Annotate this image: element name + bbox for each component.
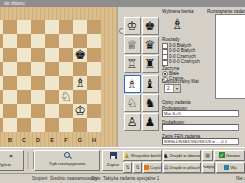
find-in-set-button[interactable]: ♞ Znajdź w zbiorze <box>163 150 201 161</box>
square-h2[interactable] <box>87 104 101 118</box>
exit-button[interactable]: × Wyjście <box>0 150 24 171</box>
square-c7[interactable] <box>17 34 31 48</box>
file-label-e: E <box>45 137 59 143</box>
mate-limit-label: Dopuszczalny Mat <box>162 79 199 84</box>
square-e8[interactable] <box>45 20 59 34</box>
status-right: Nie zapisane <box>236 176 245 181</box>
square-h3[interactable] <box>87 90 101 104</box>
clear-button[interactable]: Czyść <box>143 162 162 173</box>
square-c4[interactable] <box>17 76 31 90</box>
degree-label: Stopień: <box>32 176 49 181</box>
selector-white-king[interactable]: ♔ <box>124 17 141 35</box>
square-c1[interactable] <box>17 118 31 132</box>
selector-white-bishop[interactable]: ♗ <box>124 75 141 93</box>
square-g8[interactable] <box>73 20 87 34</box>
square-f2[interactable] <box>59 104 73 118</box>
square-e7[interactable] <box>45 34 59 48</box>
square-e4[interactable] <box>45 76 59 90</box>
wa-icon <box>224 165 229 170</box>
square-b2[interactable] <box>3 104 17 118</box>
square-h7[interactable] <box>87 34 101 48</box>
wa-button[interactable]: Wa <box>216 162 245 173</box>
square-b5[interactable] <box>3 62 17 76</box>
square-c6[interactable] <box>17 48 31 62</box>
sort-arrows-icon: ⇅ <box>125 164 129 170</box>
selector-black-rook[interactable]: ♜ <box>142 55 159 73</box>
square-d5[interactable] <box>31 62 45 76</box>
solution-listbox[interactable] <box>215 14 245 99</box>
grid-icon: ▦ <box>205 152 210 158</box>
castling-label-bl: 0-0-0 Czarnych <box>169 59 200 64</box>
pawn-icon: ♟ <box>124 152 129 159</box>
square-h5[interactable] <box>87 62 101 76</box>
spinner-dropdown-icon[interactable]: ▾ <box>173 85 180 92</box>
square-h4[interactable] <box>87 76 101 90</box>
square-f4[interactable] <box>59 76 73 90</box>
selector-black-pawn[interactable]: ♟ <box>142 113 159 131</box>
square-e6[interactable] <box>45 48 59 62</box>
additional-desc-field[interactable] <box>162 124 239 131</box>
solve-mode-button[interactable]: Tryb rozwiązywania <box>34 150 100 171</box>
grid-button[interactable]: ▦ <box>202 150 213 161</box>
square-e1[interactable] <box>45 118 59 132</box>
preview-button[interactable]: Podgląd <box>202 162 215 173</box>
square-d3[interactable] <box>31 90 45 104</box>
descriptions-title: Opisy zadania <box>162 100 191 105</box>
magnifier-icon <box>64 152 70 158</box>
selector-black-queen[interactable]: ♛ <box>142 36 159 54</box>
castling-title: Roszady <box>162 37 180 42</box>
square-d7[interactable] <box>31 34 45 48</box>
square-d6[interactable] <box>31 48 45 62</box>
exit-icon: × <box>0 153 23 159</box>
selector-white-pawn[interactable]: ♙ <box>124 113 141 131</box>
square-b1[interactable] <box>3 118 17 132</box>
description-label: Opis: <box>91 176 102 181</box>
primary-desc-field[interactable]: Mat S+G <box>162 110 239 117</box>
sort-up-button[interactable]: ⇅ <box>123 162 132 173</box>
square-c5[interactable] <box>17 62 31 76</box>
chess-problem-editor-window: do zbioru ♚♗♘♔ ABCDEFGH ♔♚♕♛♖♜♗♝♘♞♙♟ Wyb… <box>0 0 245 183</box>
square-b4[interactable] <box>3 76 17 90</box>
board-frame: ♚♗♘♔ ABCDEFGH <box>0 7 117 147</box>
to-move-label-white: Białe <box>169 71 179 76</box>
file-label-h: H <box>87 137 101 143</box>
square-b8[interactable] <box>3 20 17 34</box>
selector-black-king[interactable]: ♚ <box>142 17 159 35</box>
square-d8[interactable] <box>31 20 45 34</box>
white-bishop-g4[interactable]: ♗ <box>73 76 87 90</box>
sort-down-button[interactable]: ⇅ <box>133 162 142 173</box>
done-button[interactable]: ✓ Gotowe <box>214 150 245 161</box>
square-e2[interactable] <box>45 104 59 118</box>
white-knight-f3[interactable]: ♘ <box>59 90 73 104</box>
black-king-g6[interactable]: ♚ <box>73 48 87 62</box>
castling-label-wl: 0-0-0 Białych <box>169 48 195 53</box>
all-pieces-button[interactable]: ♟ Wszystkie bierki <box>123 150 162 161</box>
selector-white-queen[interactable]: ♕ <box>124 36 141 54</box>
selected-piece-icon: ♗ <box>171 16 184 32</box>
file-labels: ABCDEFGH <box>0 133 101 146</box>
square-e3[interactable] <box>45 90 59 104</box>
square-c8[interactable] <box>17 20 31 34</box>
description-value: Taktyka zadania specjalne 1 <box>103 176 159 181</box>
file-label-c: C <box>17 137 31 143</box>
floppy-icon <box>110 152 117 159</box>
title-bar[interactable]: do zbioru <box>0 0 245 7</box>
square-f6[interactable] <box>59 48 73 62</box>
castling-label-bw: 0-0 Czarnych <box>169 54 196 59</box>
file-label-d: D <box>31 137 45 143</box>
castling-label-ww: 0-0 Białych <box>169 43 191 48</box>
square-d1[interactable] <box>31 118 45 132</box>
square-h1[interactable] <box>87 118 101 132</box>
square-g1[interactable] <box>73 118 87 132</box>
selected-piece-label: Wybrana bierka <box>162 9 193 14</box>
toolbar: × Wyjście Tryb rozwiązywania Zapisz ♟ Ws… <box>0 147 245 173</box>
status-bar: Stopień: Średnio zaawansowany Opis: Takt… <box>0 173 245 183</box>
square-e5[interactable] <box>45 62 59 76</box>
find-in-files-button[interactable]: ▤ Znajdź w plikach <box>163 162 201 173</box>
square-g3[interactable] <box>73 90 87 104</box>
square-c3[interactable] <box>17 90 31 104</box>
files-icon: ▤ <box>164 164 169 170</box>
selector-black-knight[interactable]: ♞ <box>142 94 159 112</box>
clear-icon <box>144 165 149 170</box>
file-label-f: F <box>59 137 73 143</box>
save-button[interactable]: Zapisz <box>102 150 124 171</box>
square-f5[interactable] <box>59 62 73 76</box>
square-h8[interactable] <box>87 20 101 34</box>
file-label-b: B <box>3 137 17 143</box>
square-c2[interactable] <box>17 104 31 118</box>
square-f1[interactable] <box>59 118 73 132</box>
mate-limit-spinner[interactable]: 2 ▾ <box>164 84 181 93</box>
square-h6[interactable] <box>87 48 101 62</box>
white-king-g2[interactable]: ♔ <box>73 104 87 118</box>
knight-icon: ♞ <box>163 152 168 159</box>
file-label-g: G <box>73 137 87 143</box>
fen-field[interactable]: 8/8/6k1/8/6B1/5N2/6K1/8 w - - 0 1 <box>162 138 239 145</box>
selector-white-knight[interactable]: ♘ <box>124 94 141 112</box>
selector-black-bishop[interactable]: ♝ <box>142 75 159 93</box>
square-d4[interactable] <box>31 76 45 90</box>
settings-panel: ♔♚♕♛♖♜♗♝♘♞♙♟ Wybrana bierka ♗ Roszady 0-… <box>123 7 245 147</box>
selector-white-rook[interactable]: ♖ <box>124 55 141 73</box>
chess-board: ♚♗♘♔ <box>0 20 101 132</box>
square-g5[interactable] <box>73 62 87 76</box>
square-d2[interactable] <box>31 104 45 118</box>
square-f8[interactable] <box>59 20 73 34</box>
square-b3[interactable] <box>3 90 17 104</box>
sort-arrows-icon: ⇅ <box>135 164 139 170</box>
square-f7[interactable] <box>59 34 73 48</box>
check-icon: ✓ <box>219 152 225 158</box>
mate-limit-value: 2 <box>167 86 170 91</box>
square-g7[interactable] <box>73 34 87 48</box>
square-b7[interactable] <box>3 34 17 48</box>
square-b6[interactable] <box>3 48 17 62</box>
